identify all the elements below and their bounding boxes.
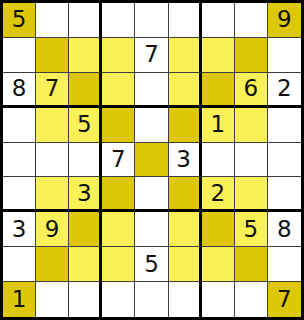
- cell-r9c4[interactable]: [102, 282, 135, 317]
- cell-r9c5[interactable]: [135, 282, 168, 317]
- cell-r4c2[interactable]: [36, 108, 69, 143]
- cell-r4c4[interactable]: [102, 108, 135, 143]
- cell-r2c4[interactable]: [102, 38, 135, 73]
- given-cell-r3c9[interactable]: 2: [268, 73, 301, 108]
- cell-r6c6[interactable]: [169, 177, 202, 212]
- given-cell-r7c2[interactable]: 9: [36, 212, 69, 247]
- cell-r3c6[interactable]: [169, 73, 202, 108]
- cell-r1c8[interactable]: [235, 3, 268, 38]
- cell-r2c3[interactable]: [69, 38, 102, 73]
- cell-r9c7[interactable]: [202, 282, 235, 317]
- sudoku-board: 59787625173323958517: [0, 0, 304, 320]
- given-cell-r1c9[interactable]: 9: [268, 3, 301, 38]
- cell-r6c5[interactable]: [135, 177, 168, 212]
- cell-r4c9[interactable]: [268, 108, 301, 143]
- cell-r4c6[interactable]: [169, 108, 202, 143]
- cell-r7c3[interactable]: [69, 212, 102, 247]
- cell-r3c4[interactable]: [102, 73, 135, 108]
- given-cell-r4c7[interactable]: 1: [202, 108, 235, 143]
- cell-r2c1[interactable]: [3, 38, 36, 73]
- cell-r3c7[interactable]: [202, 73, 235, 108]
- cell-r8c8[interactable]: [235, 247, 268, 282]
- cell-r2c6[interactable]: [169, 38, 202, 73]
- cell-r8c4[interactable]: [102, 247, 135, 282]
- cell-r1c6[interactable]: [169, 3, 202, 38]
- cell-r8c2[interactable]: [36, 247, 69, 282]
- cell-r3c3[interactable]: [69, 73, 102, 108]
- cell-r6c9[interactable]: [268, 177, 301, 212]
- given-cell-r3c8[interactable]: 6: [235, 73, 268, 108]
- given-cell-r7c9[interactable]: 8: [268, 212, 301, 247]
- cell-r5c8[interactable]: [235, 143, 268, 178]
- cell-r9c6[interactable]: [169, 282, 202, 317]
- cell-r1c2[interactable]: [36, 3, 69, 38]
- given-cell-r7c8[interactable]: 5: [235, 212, 268, 247]
- cell-r5c7[interactable]: [202, 143, 235, 178]
- cell-r2c2[interactable]: [36, 38, 69, 73]
- cell-r5c9[interactable]: [268, 143, 301, 178]
- cell-r7c6[interactable]: [169, 212, 202, 247]
- cell-r5c1[interactable]: [3, 143, 36, 178]
- cell-r5c3[interactable]: [69, 143, 102, 178]
- cell-r9c3[interactable]: [69, 282, 102, 317]
- given-cell-r7c1[interactable]: 3: [3, 212, 36, 247]
- cell-r8c6[interactable]: [169, 247, 202, 282]
- cell-r9c2[interactable]: [36, 282, 69, 317]
- cell-r5c5[interactable]: [135, 143, 168, 178]
- cell-r2c7[interactable]: [202, 38, 235, 73]
- cell-r4c8[interactable]: [235, 108, 268, 143]
- given-cell-r5c4[interactable]: 7: [102, 143, 135, 178]
- cell-r1c5[interactable]: [135, 3, 168, 38]
- cell-r2c8[interactable]: [235, 38, 268, 73]
- given-cell-r2c5[interactable]: 7: [135, 38, 168, 73]
- cell-r2c9[interactable]: [268, 38, 301, 73]
- given-cell-r9c1[interactable]: 1: [3, 282, 36, 317]
- cell-r8c1[interactable]: [3, 247, 36, 282]
- given-cell-r6c7[interactable]: 2: [202, 177, 235, 212]
- cell-r7c7[interactable]: [202, 212, 235, 247]
- cell-r7c4[interactable]: [102, 212, 135, 247]
- given-cell-r9c9[interactable]: 7: [268, 282, 301, 317]
- cell-r8c7[interactable]: [202, 247, 235, 282]
- cell-r5c2[interactable]: [36, 143, 69, 178]
- given-cell-r8c5[interactable]: 5: [135, 247, 168, 282]
- cell-r3c5[interactable]: [135, 73, 168, 108]
- cell-r6c8[interactable]: [235, 177, 268, 212]
- cell-r6c1[interactable]: [3, 177, 36, 212]
- cell-r9c8[interactable]: [235, 282, 268, 317]
- given-cell-r4c3[interactable]: 5: [69, 108, 102, 143]
- given-cell-r3c2[interactable]: 7: [36, 73, 69, 108]
- given-cell-r3c1[interactable]: 8: [3, 73, 36, 108]
- cell-r1c7[interactable]: [202, 3, 235, 38]
- cell-r6c4[interactable]: [102, 177, 135, 212]
- cell-r1c4[interactable]: [102, 3, 135, 38]
- cell-r4c1[interactable]: [3, 108, 36, 143]
- cell-r6c2[interactable]: [36, 177, 69, 212]
- given-cell-r5c6[interactable]: 3: [169, 143, 202, 178]
- cell-r1c3[interactable]: [69, 3, 102, 38]
- cell-r4c5[interactable]: [135, 108, 168, 143]
- cell-r8c9[interactable]: [268, 247, 301, 282]
- given-cell-r6c3[interactable]: 3: [69, 177, 102, 212]
- cell-r7c5[interactable]: [135, 212, 168, 247]
- cell-r8c3[interactable]: [69, 247, 102, 282]
- given-cell-r1c1[interactable]: 5: [3, 3, 36, 38]
